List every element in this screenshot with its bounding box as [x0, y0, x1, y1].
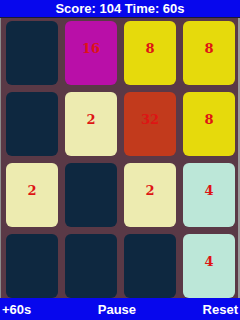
score-time-text: Score: 104 Time: 60s [55, 1, 184, 16]
tile-8: 8 [183, 21, 235, 85]
tile-8: 8 [183, 92, 235, 156]
empty-cell [6, 21, 58, 85]
tile-value: 2 [86, 113, 95, 126]
tile-2: 2 [65, 92, 117, 156]
tile-value: 8 [204, 42, 213, 55]
tile-4: 4 [183, 234, 235, 298]
empty-cell [65, 234, 117, 298]
tile-4: 4 [183, 163, 235, 227]
pause-button[interactable]: Pause [98, 302, 136, 317]
tile-value: 8 [204, 113, 213, 126]
empty-cell [124, 234, 176, 298]
add-time-button[interactable]: +60s [2, 302, 31, 317]
tile-32: 32 [124, 92, 176, 156]
tile-2: 2 [124, 163, 176, 227]
tile-grid: 168823282244 [1, 18, 238, 298]
game-board[interactable]: 168823282244 [0, 18, 240, 298]
empty-cell [65, 163, 117, 227]
reset-button[interactable]: Reset [203, 302, 238, 317]
tile-value: 32 [141, 113, 159, 126]
empty-cell [6, 234, 58, 298]
softkey-bar: +60s Pause Reset [0, 298, 240, 320]
tile-2: 2 [6, 163, 58, 227]
title-bar: Score: 104 Time: 60s [0, 0, 240, 18]
tile-value: 4 [204, 255, 213, 268]
tile-value: 4 [204, 184, 213, 197]
tile-16: 16 [65, 21, 117, 85]
tile-value: 2 [27, 184, 36, 197]
tile-8: 8 [124, 21, 176, 85]
tile-value: 2 [145, 184, 154, 197]
tile-value: 8 [145, 42, 154, 55]
empty-cell [6, 92, 58, 156]
game-screen: Score: 104 Time: 60s 168823282244 +60s P… [0, 0, 240, 320]
tile-value: 16 [82, 42, 100, 55]
